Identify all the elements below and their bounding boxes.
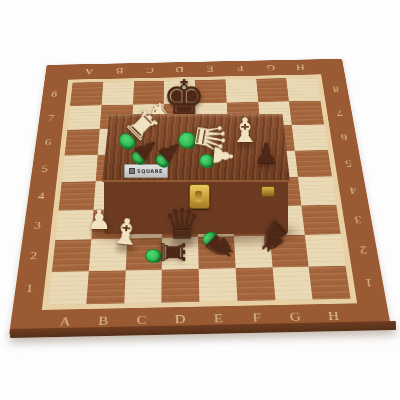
file-label: D <box>164 63 194 76</box>
brass-clasp-icon <box>189 184 210 209</box>
brass-hinge-icon <box>261 186 275 197</box>
rank-label: 1 <box>353 265 384 299</box>
rank-label: 2 <box>348 233 378 265</box>
brand-label-text: SQUARE <box>137 168 163 174</box>
file-label: H <box>284 61 316 74</box>
square-d8 <box>164 80 195 104</box>
square-c8 <box>133 81 165 105</box>
square-a3 <box>55 210 93 241</box>
square-a6 <box>65 129 100 155</box>
square-a5 <box>62 155 98 182</box>
rank-label: 7 <box>39 106 63 131</box>
square-e1 <box>199 268 237 302</box>
rank-label: 3 <box>343 204 372 234</box>
square-g8 <box>256 78 289 102</box>
rank-label: 1 <box>15 272 44 306</box>
rank-label: 8 <box>323 77 348 100</box>
rank-label: 5 <box>32 155 58 182</box>
rank-label: 3 <box>24 210 51 240</box>
square-a4 <box>59 181 96 210</box>
file-label: C <box>134 64 165 77</box>
square-a7 <box>67 105 101 130</box>
brand-label: SQUARE <box>124 164 168 178</box>
file-label: A <box>73 65 104 78</box>
square-c1 <box>124 269 162 303</box>
square-g1 <box>272 266 313 300</box>
storage-box: SQUARE <box>102 114 290 234</box>
square-f8 <box>225 79 258 103</box>
rank-label: 6 <box>331 124 357 150</box>
square-logo-icon <box>129 168 135 174</box>
rank-label: 7 <box>327 100 352 124</box>
file-label: B <box>103 65 134 78</box>
square-d1 <box>162 269 200 303</box>
file-label: E <box>194 63 225 76</box>
square-h4 <box>298 176 336 205</box>
square-h1 <box>309 265 351 299</box>
rank-label: 5 <box>335 149 362 176</box>
file-label: G <box>254 61 285 74</box>
chess-set-photo: ABCDEFGH ABCDEFGH 87654321 87654321 ♚♞ S… <box>0 0 400 400</box>
square-h2 <box>305 234 345 266</box>
square-b2 <box>89 239 127 271</box>
square-f1 <box>235 267 275 301</box>
rank-label: 4 <box>339 176 367 205</box>
rank-label: 8 <box>43 83 67 106</box>
square-h3 <box>302 204 341 234</box>
rank-label: 6 <box>36 130 61 156</box>
square-b1 <box>86 270 125 304</box>
square-h6 <box>292 124 328 150</box>
square-h8 <box>286 78 320 102</box>
square-h7 <box>289 100 324 125</box>
square-e8 <box>195 79 227 103</box>
square-a2 <box>52 239 91 271</box>
square-a8 <box>70 82 103 106</box>
square-b8 <box>101 81 133 105</box>
square-h5 <box>295 150 332 177</box>
rank-label: 2 <box>20 240 48 272</box>
file-label: F <box>224 62 255 75</box>
square-a1 <box>48 271 88 305</box>
rank-label: 4 <box>28 182 55 211</box>
